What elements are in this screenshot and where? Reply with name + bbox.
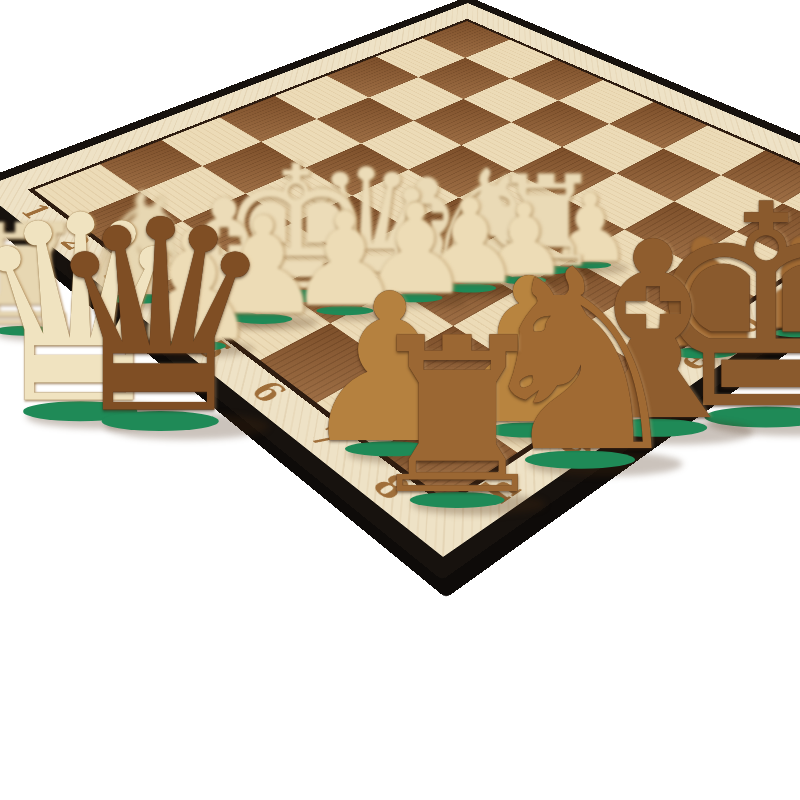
black-queen-display: ♛ (41, 186, 279, 451)
product-photo: 87654321 hgfedcba ♜♞♝♚♛♝♞♜♟♟♟♟♟♟♟♛♛♜♟♞♟♝… (0, 0, 800, 800)
photo-scene: 87654321 hgfedcba ♜♞♝♚♛♝♞♜♟♟♟♟♟♟♟♛♛♜♟♞♟♝… (0, 0, 800, 800)
black-rook-h8: ♜ (361, 309, 554, 524)
pieces-layer: ♜♞♝♚♛♝♞♜♟♟♟♟♟♟♟♛♛♜♟♞♟♝♚♟♟ (0, 0, 800, 800)
